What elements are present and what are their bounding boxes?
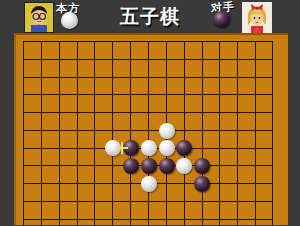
grid-cell [112,41,130,59]
grid-cell [166,183,184,201]
grid-cell [77,59,95,77]
grid-cell [59,148,77,166]
grid-cell [112,77,130,95]
grid-cell [77,148,95,166]
board-grid [23,41,273,225]
grid-cell [202,59,220,77]
grid-cell [219,148,237,166]
grid-cell [94,183,112,201]
stone-white [159,123,175,139]
grid-cell [112,201,130,219]
grid-cell [255,130,273,148]
grid-cell [255,77,273,95]
grid-cell [148,201,166,219]
grid-cell [59,201,77,219]
grid-cell [94,112,112,130]
grid-cell [237,130,255,148]
grid-cell [59,59,77,77]
grid-cell [59,219,77,226]
grid-cell [77,219,95,226]
grid-cell [23,201,41,219]
grid-cell [219,165,237,183]
grid-cell [77,94,95,112]
grid-cell [41,130,59,148]
grid-cell [130,77,148,95]
grid-cell [237,183,255,201]
grid-cell [23,219,41,226]
grid-cell [202,94,220,112]
grid-cell [166,77,184,95]
grid-cell [130,112,148,130]
grid-cell [112,94,130,112]
grid-cell [41,112,59,130]
grid-cell [23,148,41,166]
grid-cell [255,59,273,77]
grid-cell [166,41,184,59]
grid-cell [184,94,202,112]
grid-cell [202,77,220,95]
grid-cell [23,59,41,77]
grid-cell [184,77,202,95]
grid-cell [23,183,41,201]
stone-white [141,140,157,156]
grid-cell [112,59,130,77]
grid-cell [202,219,220,226]
grid-cell [148,94,166,112]
grid-cell [166,59,184,77]
grid-cell [23,130,41,148]
grid-cell [237,219,255,226]
grid-cell [219,77,237,95]
grid-cell [41,148,59,166]
girl-avatar-icon [243,3,271,33]
stone-black [123,158,139,174]
grid-cell [184,201,202,219]
grid-cell [77,77,95,95]
grid-cell [255,41,273,59]
grid-cell [219,112,237,130]
grid-cell [202,41,220,59]
stone-black [159,158,175,174]
grid-cell [219,41,237,59]
grid-cell [166,94,184,112]
grid-cell [112,112,130,130]
grid-cell [94,41,112,59]
grid-cell [184,41,202,59]
grid-cell [237,41,255,59]
grid-cell [94,219,112,226]
cursor-cross-icon [116,142,128,154]
grid-cell [237,165,255,183]
grid-cell [255,94,273,112]
stone-black [141,158,157,174]
grid-cell [77,183,95,201]
grid-cell [184,219,202,226]
grid-cell [59,77,77,95]
gomoku-app-window: 本方 五子棋 对手 [0,0,300,225]
grid-cell [255,219,273,226]
grid-cell [255,148,273,166]
grid-cell [23,94,41,112]
grid-cell [148,59,166,77]
grid-cell [148,41,166,59]
grid-cell [41,201,59,219]
grid-cell [41,41,59,59]
grid-cell [23,77,41,95]
grid-cell [219,201,237,219]
grid-cell [148,77,166,95]
grid-cell [23,165,41,183]
grid-cell [166,201,184,219]
grid-cell [130,201,148,219]
grid-cell [184,112,202,130]
gomoku-board[interactable] [14,33,288,225]
grid-cell [77,201,95,219]
grid-cell [237,201,255,219]
grid-cell [41,219,59,226]
grid-cell [202,201,220,219]
grid-cell [255,165,273,183]
grid-cell [41,77,59,95]
grid-cell [59,112,77,130]
grid-cell [219,94,237,112]
grid-cell [59,130,77,148]
grid-cell [130,94,148,112]
player-avatar-opponent [242,2,272,34]
grid-cell [130,59,148,77]
grid-cell [148,219,166,226]
grid-cell [184,59,202,77]
grid-cell [23,112,41,130]
grid-cell [41,59,59,77]
grid-cell [219,130,237,148]
grid-cell [112,219,130,226]
grid-cell [23,41,41,59]
stone-white [141,176,157,192]
grid-cell [59,183,77,201]
grid-cell [59,165,77,183]
grid-cell [41,94,59,112]
grid-cell [202,112,220,130]
grid-cell [41,183,59,201]
opponent-stone-indicator [213,11,230,28]
grid-cell [237,77,255,95]
grid-cell [94,59,112,77]
grid-cell [166,219,184,226]
grid-cell [237,112,255,130]
grid-cell [77,41,95,59]
grid-cell [237,148,255,166]
grid-cell [94,77,112,95]
grid-cell [202,130,220,148]
grid-cell [77,112,95,130]
grid-cell [130,41,148,59]
grid-cell [237,59,255,77]
grid-cell [112,183,130,201]
grid-cell [94,94,112,112]
grid-cell [219,59,237,77]
grid-cell [219,219,237,226]
stone-white [159,140,175,156]
grid-cell [94,201,112,219]
grid-cell [59,41,77,59]
grid-cell [94,165,112,183]
grid-cell [130,219,148,226]
grid-cell [237,94,255,112]
grid-cell [59,94,77,112]
grid-cell [219,183,237,201]
grid-cell [255,183,273,201]
grid-cell [77,165,95,183]
grid-cell [41,165,59,183]
grid-cell [77,130,95,148]
grid-cell [255,112,273,130]
grid-cell [255,201,273,219]
